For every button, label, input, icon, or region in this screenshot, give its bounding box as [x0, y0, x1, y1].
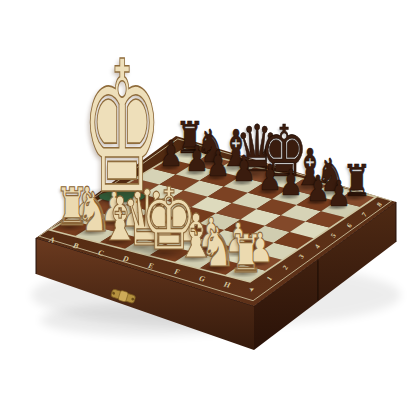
- chess-set-product-photo: ABCDEFGH12345678➤ ♜♞♝♛♚♝♞♜♟♟♟♟♟♟♟♟♟♟♟♟♟♟…: [0, 0, 416, 416]
- chess-board: [0, 0, 416, 416]
